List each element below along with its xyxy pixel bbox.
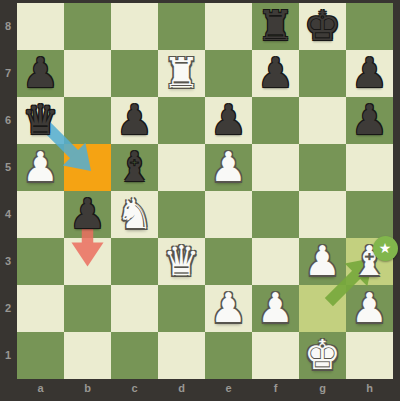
rank-label-2: 2 bbox=[0, 302, 16, 314]
square-c7[interactable] bbox=[111, 50, 158, 97]
square-b6[interactable] bbox=[64, 97, 111, 144]
square-g7[interactable] bbox=[299, 50, 346, 97]
square-c3[interactable] bbox=[111, 238, 158, 285]
piece-black-pawn-e6[interactable]: ♟ bbox=[205, 97, 252, 144]
square-b7[interactable] bbox=[64, 50, 111, 97]
square-c2[interactable] bbox=[111, 285, 158, 332]
square-f5[interactable] bbox=[252, 144, 299, 191]
piece-white-pawn-g3[interactable]: ♟ bbox=[299, 238, 346, 285]
square-d2[interactable] bbox=[158, 285, 205, 332]
square-d8[interactable] bbox=[158, 3, 205, 50]
rank-label-8: 8 bbox=[0, 20, 16, 32]
file-label-a: a bbox=[17, 382, 64, 398]
piece-black-king-g8[interactable]: ♚ bbox=[299, 3, 346, 50]
square-g4[interactable] bbox=[299, 191, 346, 238]
square-d5[interactable] bbox=[158, 144, 205, 191]
square-c8[interactable] bbox=[111, 3, 158, 50]
piece-white-pawn-h2[interactable]: ♟ bbox=[346, 285, 393, 332]
chess-board: ♜♚♟♜♟♟♛♟♟♟♟♝♟♟♞♛♟♝♟♟♟♚ ★ bbox=[17, 3, 393, 379]
piece-black-pawn-f7[interactable]: ♟ bbox=[252, 50, 299, 97]
square-h1[interactable] bbox=[346, 332, 393, 379]
rank-label-5: 5 bbox=[0, 161, 16, 173]
square-a8[interactable] bbox=[17, 3, 64, 50]
rank-label-1: 1 bbox=[0, 349, 16, 361]
piece-black-pawn-h7[interactable]: ♟ bbox=[346, 50, 393, 97]
square-d1[interactable] bbox=[158, 332, 205, 379]
piece-white-pawn-e2[interactable]: ♟ bbox=[205, 285, 252, 332]
piece-white-king-g1[interactable]: ♚ bbox=[299, 332, 346, 379]
piece-black-queen-a6[interactable]: ♛ bbox=[17, 97, 64, 144]
square-h8[interactable] bbox=[346, 3, 393, 50]
file-label-c: c bbox=[111, 382, 158, 398]
square-f4[interactable] bbox=[252, 191, 299, 238]
best-move-star-badge: ★ bbox=[373, 236, 398, 261]
orange-highlight-square-b5[interactable] bbox=[64, 144, 111, 191]
piece-white-pawn-f2[interactable]: ♟ bbox=[252, 285, 299, 332]
square-h5[interactable] bbox=[346, 144, 393, 191]
square-f6[interactable] bbox=[252, 97, 299, 144]
rank-label-4: 4 bbox=[0, 208, 16, 220]
square-e7[interactable] bbox=[205, 50, 252, 97]
rank-label-7: 7 bbox=[0, 67, 16, 79]
square-d4[interactable] bbox=[158, 191, 205, 238]
square-e8[interactable] bbox=[205, 3, 252, 50]
square-g5[interactable] bbox=[299, 144, 346, 191]
square-c1[interactable] bbox=[111, 332, 158, 379]
square-b2[interactable] bbox=[64, 285, 111, 332]
square-g6[interactable] bbox=[299, 97, 346, 144]
piece-black-pawn-b4[interactable]: ♟ bbox=[64, 191, 111, 238]
rank-label-3: 3 bbox=[0, 255, 16, 267]
square-f1[interactable] bbox=[252, 332, 299, 379]
piece-white-pawn-e5[interactable]: ♟ bbox=[205, 144, 252, 191]
square-e1[interactable] bbox=[205, 332, 252, 379]
piece-white-knight-c4[interactable]: ♞ bbox=[111, 191, 158, 238]
piece-white-pawn-a5[interactable]: ♟ bbox=[17, 144, 64, 191]
file-label-e: e bbox=[205, 382, 252, 398]
piece-black-pawn-a7[interactable]: ♟ bbox=[17, 50, 64, 97]
square-b8[interactable] bbox=[64, 3, 111, 50]
piece-black-pawn-c6[interactable]: ♟ bbox=[111, 97, 158, 144]
best-move-from-square-g2[interactable] bbox=[299, 285, 346, 332]
file-label-h: h bbox=[346, 382, 393, 398]
square-b3[interactable] bbox=[64, 238, 111, 285]
square-a3[interactable] bbox=[17, 238, 64, 285]
file-label-b: b bbox=[64, 382, 111, 398]
file-label-g: g bbox=[299, 382, 346, 398]
square-h4[interactable] bbox=[346, 191, 393, 238]
rank-label-6: 6 bbox=[0, 114, 16, 126]
square-a4[interactable] bbox=[17, 191, 64, 238]
square-a2[interactable] bbox=[17, 285, 64, 332]
square-f3[interactable] bbox=[252, 238, 299, 285]
square-e3[interactable] bbox=[205, 238, 252, 285]
piece-black-bishop-c5[interactable]: ♝ bbox=[111, 144, 158, 191]
piece-white-rook-d7[interactable]: ♜ bbox=[158, 50, 205, 97]
square-b1[interactable] bbox=[64, 332, 111, 379]
piece-white-queen-d3[interactable]: ♛ bbox=[158, 238, 205, 285]
square-e4[interactable] bbox=[205, 191, 252, 238]
file-label-d: d bbox=[158, 382, 205, 398]
chess-analysis-board: ♜♚♟♜♟♟♛♟♟♟♟♝♟♟♞♛♟♝♟♟♟♚ ★ 87654321abcdefg… bbox=[0, 0, 400, 401]
square-d6[interactable] bbox=[158, 97, 205, 144]
piece-black-pawn-h6[interactable]: ♟ bbox=[346, 97, 393, 144]
file-label-f: f bbox=[252, 382, 299, 398]
square-a1[interactable] bbox=[17, 332, 64, 379]
piece-black-rook-f8[interactable]: ♜ bbox=[252, 3, 299, 50]
